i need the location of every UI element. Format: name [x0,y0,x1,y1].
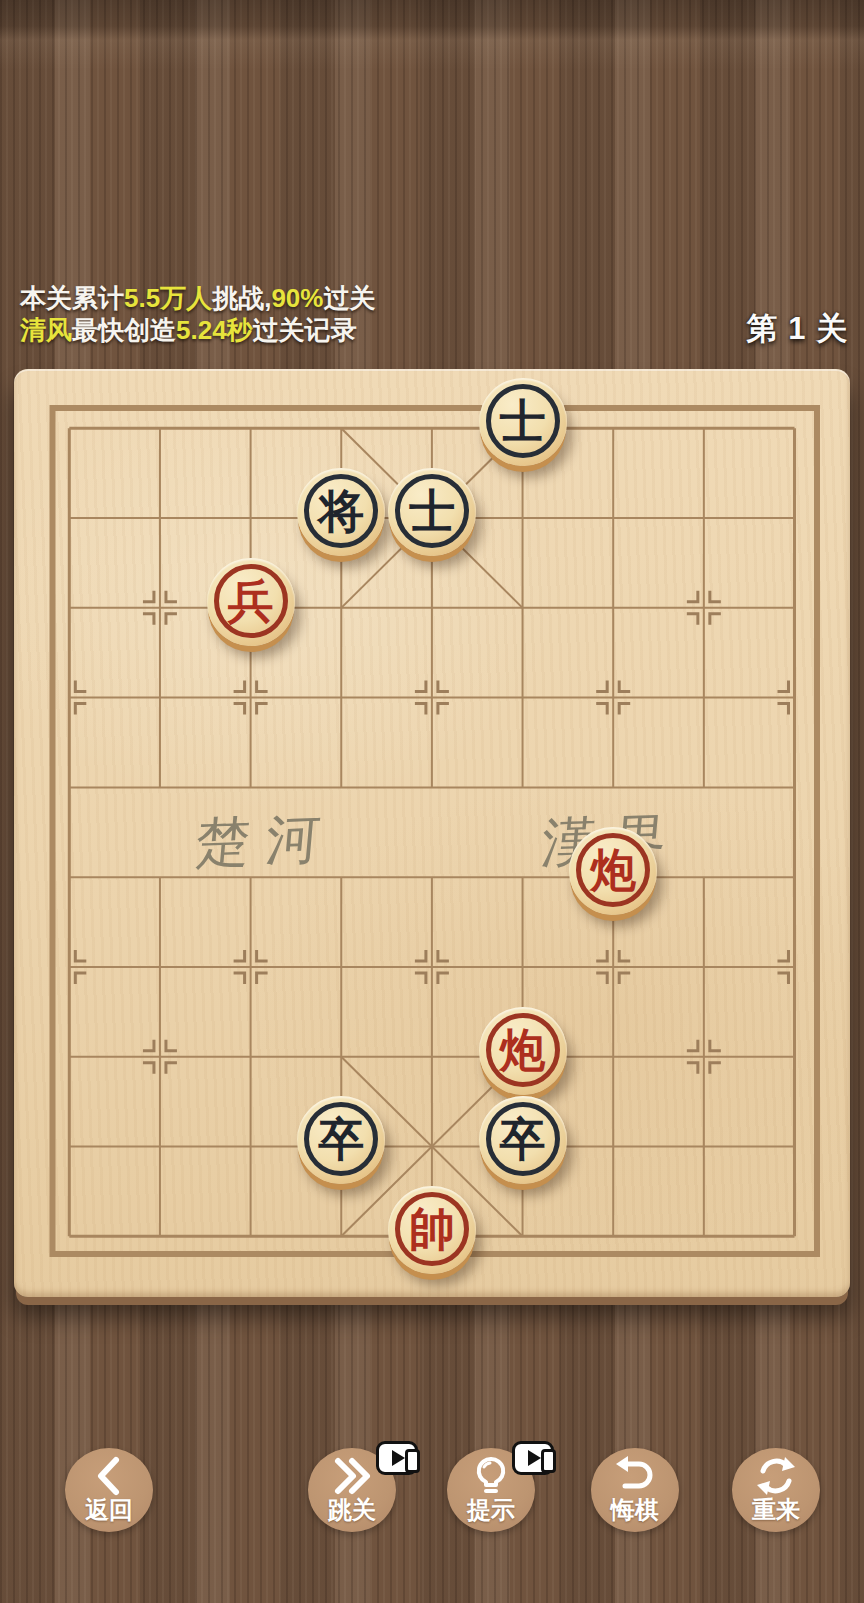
status-segment: 清风 [20,315,72,345]
piece-black-advisor[interactable]: 士 [388,468,476,556]
piece-glyph: 士 [500,398,546,444]
piece-black-general[interactable]: 将 [297,468,385,556]
restart-button-label: 重来 [752,1497,800,1523]
piece-ring: 卒 [486,1102,560,1176]
piece-ring: 卒 [304,1102,378,1176]
piece-glyph: 卒 [318,1116,364,1162]
hint-video-ad-badge[interactable] [512,1441,556,1475]
piece-ring: 帥 [395,1192,469,1266]
status-segment: 5.24秒 [176,315,253,345]
undo-arrow-icon [613,1455,657,1497]
record-stats-text: 清风最快创造5.24秒过关记录 [20,316,357,344]
piece-ring: 兵 [214,564,288,638]
piece-red-cannon[interactable]: 炮 [479,1007,567,1095]
status-segment: 挑战, [212,283,271,313]
piece-black-soldier[interactable]: 卒 [479,1096,567,1184]
level-badge: 第 1 关 [747,308,848,350]
restart-button[interactable]: 重来 [732,1448,820,1532]
piece-glyph: 帥 [409,1206,455,1252]
piece-glyph: 炮 [590,847,636,893]
status-segment: 过关 [323,283,375,313]
hint-button-label: 提示 [467,1497,515,1523]
lightbulb-icon [469,1455,513,1497]
back-button-label: 返回 [85,1497,133,1523]
undo-move-button[interactable]: 悔棋 [591,1448,679,1532]
undo-move-button-label: 悔棋 [611,1497,659,1523]
piece-glyph: 兵 [228,578,274,624]
xiangqi-board[interactable]: 楚河 漢界 士将士兵炮炮卒卒帥 [14,369,850,1297]
double-chevron-right-icon [330,1455,374,1497]
status-segment: 5.5万人 [124,283,212,313]
video-camera-lens [405,1449,420,1473]
piece-ring: 士 [486,384,560,458]
piece-ring: 炮 [576,833,650,907]
status-segment: 最快创造 [72,315,176,345]
video-camera-lens [541,1449,556,1473]
river-label-chu-he: 楚河 [193,803,340,881]
piece-glyph: 士 [409,488,455,534]
piece-glyph: 炮 [500,1027,546,1073]
piece-glyph: 将 [318,488,364,534]
piece-glyph: 卒 [500,1116,546,1162]
status-segment: 90% [271,283,323,313]
back-button[interactable]: 返回 [65,1448,153,1532]
status-segment: 过关记录 [253,315,357,345]
piece-red-general[interactable]: 帥 [388,1186,476,1274]
chevron-left-icon [92,1455,126,1497]
skip-level-button-label: 跳关 [328,1497,376,1523]
piece-black-advisor[interactable]: 士 [479,378,567,466]
piece-ring: 士 [395,474,469,548]
piece-ring: 将 [304,474,378,548]
skip-video-ad-badge[interactable] [376,1441,420,1475]
piece-ring: 炮 [486,1013,560,1087]
restart-cycle-icon [754,1455,798,1497]
challenge-stats-text: 本关累计5.5万人挑战,90%过关 [20,284,375,312]
status-segment: 本关累计 [20,283,124,313]
piece-red-soldier[interactable]: 兵 [207,558,295,646]
piece-red-cannon[interactable]: 炮 [569,827,657,915]
